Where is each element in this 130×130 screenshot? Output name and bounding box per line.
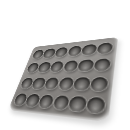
muffin-cup-r3c3 [44,77,60,89]
muffin-cup-r3c5 [73,77,91,90]
muffin-cup-r4c5 [68,96,87,112]
muffin-cup-r2c2 [37,62,51,73]
muffin-cup-r1c5 [81,44,97,55]
muffin-cup-r3c6 [90,77,109,91]
product-photo [0,0,130,130]
muffin-cup-r1c3 [54,47,68,58]
muffin-pan [8,37,118,122]
muffin-cup-r1c6 [97,42,114,54]
muffin-cup-r1c4 [67,45,82,56]
muffin-cup-r1c2 [42,48,56,58]
muffin-cup-r2c3 [49,61,64,72]
muffin-cup-r2c6 [93,59,111,72]
muffin-cup-r4c6 [86,97,106,114]
muffin-cup-r2c4 [63,60,79,71]
muffin-cup-r3c2 [31,77,46,88]
muffin-cup-r2c5 [77,60,94,72]
muffin-cup-r4c3 [38,94,55,108]
muffin-cup-r3c4 [58,77,75,89]
muffin-cup-r4c2 [25,94,41,107]
muffin-cup-r4c4 [52,95,70,110]
